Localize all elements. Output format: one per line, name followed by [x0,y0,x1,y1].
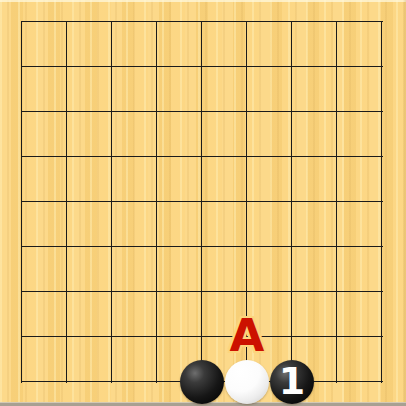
point-7-7[interactable] [270,270,315,315]
point-4-4[interactable] [135,135,180,180]
grid-line-horizontal [360,201,384,202]
grid-line-vertical [336,360,337,384]
point-9-1[interactable] [360,0,405,45]
grid-line-vertical [21,180,22,225]
grid-line-vertical [21,270,22,315]
point-5-4[interactable] [180,135,225,180]
black-stone-move-1: 1 [270,360,314,404]
point-8-1[interactable] [315,0,360,45]
grid-line-vertical [291,225,292,270]
grid-line-vertical [291,315,292,360]
point-2-3[interactable] [45,90,90,135]
point-8-5[interactable] [315,180,360,225]
point-6-3[interactable] [225,90,270,135]
point-7-4[interactable] [270,135,315,180]
grid-line-vertical [201,225,202,270]
grid-line-horizontal [21,246,45,247]
point-9-8[interactable] [360,315,405,360]
grid-line-vertical [246,45,247,90]
point-9-7[interactable] [360,270,405,315]
grid-line-vertical [21,45,22,90]
point-9-9[interactable] [360,360,405,405]
grid-line-vertical [336,45,337,90]
point-8-8[interactable] [315,315,360,360]
grid-line-vertical [66,135,67,180]
point-2-5[interactable] [45,180,90,225]
grid-line-vertical [156,90,157,135]
point-6-2[interactable] [225,45,270,90]
grid-line-vertical [156,315,157,360]
point-4-5[interactable] [135,180,180,225]
grid-line-vertical [111,90,112,135]
point-1-1[interactable] [0,0,45,45]
point-4-3[interactable] [135,90,180,135]
grid-line-vertical [21,135,22,180]
point-6-9[interactable] [225,360,270,405]
point-3-4[interactable] [90,135,135,180]
grid-line-vertical [201,90,202,135]
point-8-4[interactable] [315,135,360,180]
point-3-2[interactable] [90,45,135,90]
grid-line-vertical [381,135,382,180]
grid-line-vertical [111,360,112,384]
grid-line-vertical [156,270,157,315]
grid-line-vertical [21,360,22,384]
grid-line-vertical [381,315,382,360]
grid-line-horizontal [360,291,384,292]
grid-line-vertical [66,360,67,384]
grid-line-vertical [336,225,337,270]
grid-line-vertical [66,21,67,45]
point-4-8[interactable] [135,315,180,360]
grid-line-vertical [291,45,292,90]
grid-line-vertical [291,135,292,180]
point-6-5[interactable] [225,180,270,225]
point-9-3[interactable] [360,90,405,135]
point-3-8[interactable] [90,315,135,360]
grid-line-horizontal [360,246,384,247]
grid-line-horizontal [21,381,45,382]
grid-line-vertical [336,21,337,45]
grid-line-vertical [381,360,382,384]
grid-line-vertical [21,225,22,270]
point-9-2[interactable] [360,45,405,90]
grid-line-vertical [246,135,247,180]
point-1-7[interactable] [0,270,45,315]
point-9-5[interactable] [360,180,405,225]
point-1-4[interactable] [0,135,45,180]
grid-line-horizontal [21,21,45,22]
grid-line-vertical [66,270,67,315]
point-3-7[interactable] [90,270,135,315]
point-8-2[interactable] [315,45,360,90]
white-stone [225,360,269,404]
point-1-9[interactable] [0,360,45,405]
point-label-A: A [230,313,265,358]
point-5-1[interactable] [180,0,225,45]
go-board: A1 [0,0,405,405]
point-8-6[interactable] [315,225,360,270]
grid-line-vertical [381,180,382,225]
point-6-4[interactable] [225,135,270,180]
point-2-6[interactable] [45,225,90,270]
grid-line-vertical [111,21,112,45]
grid-line-vertical [381,270,382,315]
point-1-3[interactable] [0,90,45,135]
point-1-6[interactable] [0,225,45,270]
point-2-9[interactable] [45,360,90,405]
point-5-8[interactable] [180,315,225,360]
point-9-4[interactable] [360,135,405,180]
move-number: 1 [279,362,305,400]
point-6-7[interactable] [225,270,270,315]
grid-line-vertical [246,270,247,315]
grid-line-horizontal [21,156,45,157]
point-7-3[interactable] [270,90,315,135]
grid-line-vertical [291,21,292,45]
point-4-9[interactable] [135,360,180,405]
grid-line-vertical [381,90,382,135]
grid-line-vertical [21,315,22,360]
point-4-2[interactable] [135,45,180,90]
grid-line-vertical [201,270,202,315]
grid-line-vertical [156,360,157,384]
grid-line-vertical [111,225,112,270]
grid-line-vertical [291,90,292,135]
point-5-9[interactable] [180,360,225,405]
grid-line-horizontal [360,381,384,382]
point-2-4[interactable] [45,135,90,180]
grid-line-vertical [111,315,112,360]
grid-line-vertical [66,225,67,270]
grid-line-vertical [201,315,202,360]
grid-line-vertical [66,45,67,90]
point-3-5[interactable] [90,180,135,225]
grid-line-vertical [156,45,157,90]
point-3-1[interactable] [90,0,135,45]
point-9-6[interactable] [360,225,405,270]
grid-line-vertical [201,45,202,90]
grid-line-vertical [381,45,382,90]
grid-line-vertical [66,90,67,135]
point-3-9[interactable] [90,360,135,405]
grid-line-vertical [156,21,157,45]
point-5-6[interactable] [180,225,225,270]
grid-line-vertical [336,315,337,360]
grid-line-vertical [156,135,157,180]
grid-line-vertical [336,90,337,135]
point-8-7[interactable] [315,270,360,315]
grid-line-horizontal [21,291,45,292]
grid-line-horizontal [360,156,384,157]
grid-line-vertical [21,21,22,45]
grid-line-vertical [201,180,202,225]
grid-line-horizontal [360,66,384,67]
point-7-6[interactable] [270,225,315,270]
grid-line-vertical [111,135,112,180]
point-1-8[interactable] [0,315,45,360]
grid-line-horizontal [21,336,45,337]
point-7-9[interactable]: 1 [270,360,315,405]
point-2-2[interactable] [45,45,90,90]
grid-line-vertical [291,180,292,225]
grid-line-horizontal [21,111,45,112]
grid-line-horizontal [21,66,45,67]
point-1-5[interactable] [0,180,45,225]
grid-line-horizontal [360,21,384,22]
point-1-2[interactable] [0,45,45,90]
point-2-7[interactable] [45,270,90,315]
point-4-6[interactable] [135,225,180,270]
grid-line-vertical [111,45,112,90]
grid-line-vertical [111,270,112,315]
grid-line-vertical [336,180,337,225]
point-7-1[interactable] [270,0,315,45]
grid-line-horizontal [21,201,45,202]
grid-line-vertical [336,270,337,315]
grid-line-horizontal [360,111,384,112]
grid-line-vertical [66,315,67,360]
grid-line-vertical [246,180,247,225]
go-diagram: A1 [0,0,406,406]
grid-line-vertical [201,21,202,45]
point-7-2[interactable] [270,45,315,90]
point-2-8[interactable] [45,315,90,360]
point-5-3[interactable] [180,90,225,135]
point-4-7[interactable] [135,270,180,315]
grid-line-vertical [111,180,112,225]
grid-line-vertical [21,90,22,135]
point-8-3[interactable] [315,90,360,135]
point-2-1[interactable] [45,0,90,45]
grid-line-vertical [156,225,157,270]
point-6-6[interactable] [225,225,270,270]
point-5-2[interactable] [180,45,225,90]
point-5-7[interactable] [180,270,225,315]
grid-line-vertical [381,21,382,45]
grid-line-vertical [291,270,292,315]
point-6-8[interactable]: A [225,315,270,360]
point-7-5[interactable] [270,180,315,225]
point-3-3[interactable] [90,90,135,135]
grid-line-vertical [156,180,157,225]
grid-line-vertical [246,225,247,270]
grid-line-vertical [246,90,247,135]
point-3-6[interactable] [90,225,135,270]
point-6-1[interactable] [225,0,270,45]
point-5-5[interactable] [180,180,225,225]
grid-line-vertical [66,180,67,225]
grid-line-vertical [381,225,382,270]
grid-line-vertical [336,135,337,180]
grid-line-horizontal [360,336,384,337]
point-4-1[interactable] [135,0,180,45]
grid-line-vertical [246,21,247,45]
grid-line-vertical [201,135,202,180]
point-7-8[interactable] [270,315,315,360]
black-stone [180,360,224,404]
point-8-9[interactable] [315,360,360,405]
